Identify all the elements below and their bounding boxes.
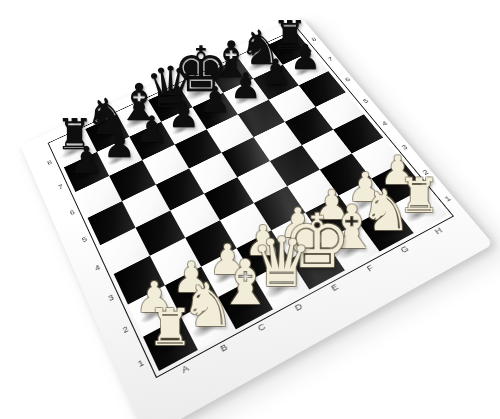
chess-set-photo: 8877665544332211ABCDEFGH ♜♞♝♛♚♝♞♜♟♟♟♟♟♟♟… [0,0,500,419]
chessboard: 8877665544332211ABCDEFGH [53,32,447,371]
